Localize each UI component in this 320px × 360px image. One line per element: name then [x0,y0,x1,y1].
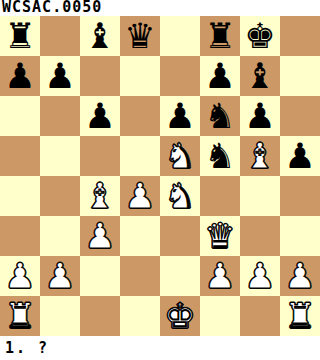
square-e4[interactable]: ♞ [160,176,200,216]
piece-white-queen[interactable]: ♛ [204,216,235,256]
square-b7[interactable]: ♟ [40,56,80,96]
square-f1[interactable] [200,296,240,336]
square-b1[interactable] [40,296,80,336]
piece-black-pawn[interactable]: ♟ [244,96,275,136]
square-a1[interactable]: ♜ [0,296,40,336]
square-d5[interactable] [120,136,160,176]
square-g5[interactable]: ♝ [240,136,280,176]
piece-black-pawn[interactable]: ♟ [204,56,235,96]
square-e2[interactable] [160,256,200,296]
piece-white-bishop[interactable]: ♝ [84,176,115,216]
piece-black-rook[interactable]: ♜ [204,16,235,56]
square-c2[interactable] [80,256,120,296]
square-g4[interactable] [240,176,280,216]
chess-board: ♜♝♛♜♚♟♟♟♝♟♟♞♟♞♞♝♟♝♟♞♟♛♟♟♟♟♟♜♚♜ [0,16,320,336]
square-a3[interactable] [0,216,40,256]
square-c7[interactable] [80,56,120,96]
piece-black-king[interactable]: ♚ [244,16,275,56]
square-g7[interactable]: ♝ [240,56,280,96]
piece-black-pawn[interactable]: ♟ [164,96,195,136]
square-h1[interactable]: ♜ [280,296,320,336]
piece-black-pawn[interactable]: ♟ [284,136,315,176]
square-c8[interactable]: ♝ [80,16,120,56]
piece-white-rook[interactable]: ♜ [284,296,315,336]
square-a6[interactable] [0,96,40,136]
square-a8[interactable]: ♜ [0,16,40,56]
piece-black-knight[interactable]: ♞ [204,96,235,136]
piece-black-bishop[interactable]: ♝ [84,16,115,56]
square-c6[interactable]: ♟ [80,96,120,136]
square-e1[interactable]: ♚ [160,296,200,336]
piece-black-pawn[interactable]: ♟ [84,96,115,136]
piece-black-rook[interactable]: ♜ [4,16,35,56]
square-f2[interactable]: ♟ [200,256,240,296]
square-c5[interactable] [80,136,120,176]
piece-black-pawn[interactable]: ♟ [44,56,75,96]
piece-white-pawn[interactable]: ♟ [44,256,75,296]
piece-white-bishop[interactable]: ♝ [244,136,275,176]
piece-white-knight[interactable]: ♞ [164,136,195,176]
square-f7[interactable]: ♟ [200,56,240,96]
square-g3[interactable] [240,216,280,256]
square-h2[interactable]: ♟ [280,256,320,296]
piece-white-pawn[interactable]: ♟ [244,256,275,296]
square-e7[interactable] [160,56,200,96]
square-f8[interactable]: ♜ [200,16,240,56]
piece-white-pawn[interactable]: ♟ [4,256,35,296]
piece-white-king[interactable]: ♚ [164,296,195,336]
chess-puzzle-app: WCSAC.0050 ♜♝♛♜♚♟♟♟♝♟♟♞♟♞♞♝♟♝♟♞♟♛♟♟♟♟♟♜♚… [0,0,320,360]
square-f6[interactable]: ♞ [200,96,240,136]
piece-white-pawn[interactable]: ♟ [204,256,235,296]
piece-black-bishop[interactable]: ♝ [244,56,275,96]
square-a7[interactable]: ♟ [0,56,40,96]
square-e6[interactable]: ♟ [160,96,200,136]
piece-white-pawn[interactable]: ♟ [84,216,115,256]
square-h6[interactable] [280,96,320,136]
square-g8[interactable]: ♚ [240,16,280,56]
piece-black-queen[interactable]: ♛ [124,16,155,56]
piece-white-rook[interactable]: ♜ [4,296,35,336]
square-f5[interactable]: ♞ [200,136,240,176]
square-h4[interactable] [280,176,320,216]
square-a5[interactable] [0,136,40,176]
square-e5[interactable]: ♞ [160,136,200,176]
puzzle-title: WCSAC.0050 [2,0,102,16]
square-g6[interactable]: ♟ [240,96,280,136]
square-d6[interactable] [120,96,160,136]
square-b5[interactable] [40,136,80,176]
piece-black-pawn[interactable]: ♟ [4,56,35,96]
square-g1[interactable] [240,296,280,336]
square-e3[interactable] [160,216,200,256]
square-b3[interactable] [40,216,80,256]
square-g2[interactable]: ♟ [240,256,280,296]
square-f3[interactable]: ♛ [200,216,240,256]
square-d7[interactable] [120,56,160,96]
move-prompt: 1. ? [5,337,49,360]
piece-white-knight[interactable]: ♞ [164,176,195,216]
square-d2[interactable] [120,256,160,296]
square-b8[interactable] [40,16,80,56]
square-d1[interactable] [120,296,160,336]
square-c1[interactable] [80,296,120,336]
piece-white-pawn[interactable]: ♟ [284,256,315,296]
square-c4[interactable]: ♝ [80,176,120,216]
square-h8[interactable] [280,16,320,56]
piece-white-pawn[interactable]: ♟ [124,176,155,216]
square-b4[interactable] [40,176,80,216]
square-b6[interactable] [40,96,80,136]
square-a4[interactable] [0,176,40,216]
piece-black-knight[interactable]: ♞ [204,136,235,176]
square-h5[interactable]: ♟ [280,136,320,176]
square-c3[interactable]: ♟ [80,216,120,256]
square-b2[interactable]: ♟ [40,256,80,296]
square-h3[interactable] [280,216,320,256]
square-f4[interactable] [200,176,240,216]
square-h7[interactable] [280,56,320,96]
square-a2[interactable]: ♟ [0,256,40,296]
square-d4[interactable]: ♟ [120,176,160,216]
square-e8[interactable] [160,16,200,56]
square-d8[interactable]: ♛ [120,16,160,56]
square-d3[interactable] [120,216,160,256]
